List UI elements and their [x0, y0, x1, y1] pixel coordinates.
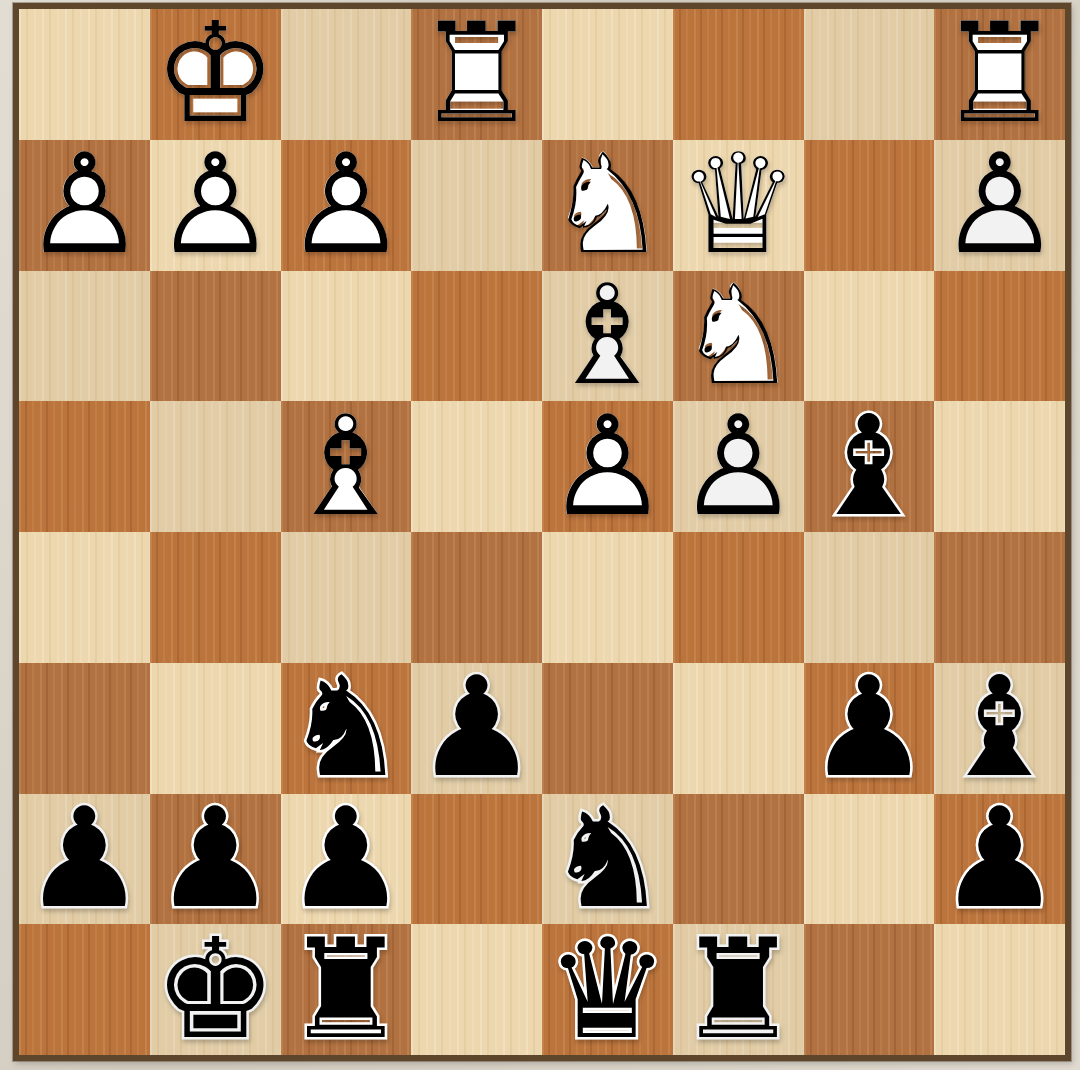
square-e2[interactable]: [411, 140, 542, 271]
square-c7[interactable]: [673, 794, 804, 925]
square-a2[interactable]: ♟♙: [934, 140, 1065, 271]
square-g7[interactable]: ♟♟: [150, 794, 281, 925]
black-bishop[interactable]: ♝♝: [934, 663, 1065, 794]
chess-board: ♚♔♜♖♜♖♟♙♟♙♟♙♞♘♛♕♟♙♝♗♞♘♝♗♟♙♟♙♝♝♞♞♟♟♟♟♝♝♟♟…: [19, 9, 1065, 1055]
white-knight-outline-glyph: ♘: [676, 267, 800, 405]
square-g3[interactable]: [150, 271, 281, 402]
black-pawn-outline-glyph: ♟: [807, 659, 931, 797]
black-pawn[interactable]: ♟♟: [19, 794, 150, 925]
black-bishop[interactable]: ♝♝: [804, 401, 935, 532]
white-knight[interactable]: ♞♘: [673, 271, 804, 402]
white-pawn-outline-glyph: ♙: [676, 398, 800, 536]
white-pawn[interactable]: ♟♙: [150, 140, 281, 271]
white-pawn[interactable]: ♟♙: [673, 401, 804, 532]
square-e7[interactable]: [411, 794, 542, 925]
square-h2[interactable]: ♟♙: [19, 140, 150, 271]
square-d5[interactable]: [542, 532, 673, 663]
white-bishop[interactable]: ♝♗: [281, 401, 412, 532]
square-f3[interactable]: [281, 271, 412, 402]
white-pawn[interactable]: ♟♙: [934, 140, 1065, 271]
black-pawn[interactable]: ♟♟: [934, 794, 1065, 925]
black-king-outline-glyph: ♚: [153, 921, 277, 1059]
white-bishop-outline-glyph: ♗: [546, 267, 670, 405]
square-c2[interactable]: ♛♕: [673, 140, 804, 271]
square-b3[interactable]: [804, 271, 935, 402]
black-pawn-outline-glyph: ♟: [284, 790, 408, 928]
square-a1[interactable]: ♜♖: [934, 9, 1065, 140]
square-e3[interactable]: [411, 271, 542, 402]
square-h5[interactable]: [19, 532, 150, 663]
square-h8[interactable]: [19, 924, 150, 1055]
white-pawn-outline-glyph: ♙: [23, 136, 147, 274]
white-bishop-outline-glyph: ♗: [284, 398, 408, 536]
square-c1[interactable]: [673, 9, 804, 140]
black-pawn-outline-glyph: ♟: [153, 790, 277, 928]
black-knight-outline-glyph: ♞: [284, 659, 408, 797]
square-c3[interactable]: ♞♘: [673, 271, 804, 402]
black-rook-outline-glyph: ♜: [284, 921, 408, 1059]
white-queen[interactable]: ♛♕: [673, 140, 804, 271]
white-rook[interactable]: ♜♖: [411, 9, 542, 140]
black-rook-outline-glyph: ♜: [676, 921, 800, 1059]
white-king-outline-glyph: ♔: [153, 5, 277, 143]
white-pawn[interactable]: ♟♙: [19, 140, 150, 271]
white-rook-outline-glyph: ♖: [415, 5, 539, 143]
black-queen[interactable]: ♛♛: [542, 924, 673, 1055]
square-b1[interactable]: [804, 9, 935, 140]
black-king[interactable]: ♚♚: [150, 924, 281, 1055]
square-c4[interactable]: ♟♙: [673, 401, 804, 532]
white-pawn-outline-glyph: ♙: [284, 136, 408, 274]
square-g8[interactable]: ♚♚: [150, 924, 281, 1055]
square-a6[interactable]: ♝♝: [934, 663, 1065, 794]
black-knight-outline-glyph: ♞: [546, 790, 670, 928]
black-bishop-outline-glyph: ♝: [807, 398, 931, 536]
square-e5[interactable]: [411, 532, 542, 663]
black-pawn-outline-glyph: ♟: [938, 790, 1062, 928]
square-h1[interactable]: [19, 9, 150, 140]
square-b8[interactable]: [804, 924, 935, 1055]
black-pawn[interactable]: ♟♟: [150, 794, 281, 925]
white-pawn-outline-glyph: ♙: [546, 398, 670, 536]
square-h7[interactable]: ♟♟: [19, 794, 150, 925]
square-a7[interactable]: ♟♟: [934, 794, 1065, 925]
square-g2[interactable]: ♟♙: [150, 140, 281, 271]
board-frame: ♚♔♜♖♜♖♟♙♟♙♟♙♞♘♛♕♟♙♝♗♞♘♝♗♟♙♟♙♝♝♞♞♟♟♟♟♝♝♟♟…: [13, 3, 1071, 1061]
white-knight[interactable]: ♞♘: [542, 140, 673, 271]
black-pawn[interactable]: ♟♟: [411, 663, 542, 794]
square-c8[interactable]: ♜♜: [673, 924, 804, 1055]
black-knight[interactable]: ♞♞: [281, 663, 412, 794]
white-knight-outline-glyph: ♘: [546, 136, 670, 274]
black-bishop-outline-glyph: ♝: [938, 659, 1062, 797]
square-e1[interactable]: ♜♖: [411, 9, 542, 140]
white-king[interactable]: ♚♔: [150, 9, 281, 140]
square-a4[interactable]: [934, 401, 1065, 532]
square-f5[interactable]: [281, 532, 412, 663]
square-b7[interactable]: [804, 794, 935, 925]
square-h4[interactable]: [19, 401, 150, 532]
square-g1[interactable]: ♚♔: [150, 9, 281, 140]
square-f6[interactable]: ♞♞: [281, 663, 412, 794]
square-g6[interactable]: [150, 663, 281, 794]
white-pawn-outline-glyph: ♙: [153, 136, 277, 274]
square-f8[interactable]: ♜♜: [281, 924, 412, 1055]
square-a5[interactable]: [934, 532, 1065, 663]
black-knight[interactable]: ♞♞: [542, 794, 673, 925]
white-queen-outline-glyph: ♕: [676, 136, 800, 274]
square-h3[interactable]: [19, 271, 150, 402]
square-d1[interactable]: [542, 9, 673, 140]
black-pawn-outline-glyph: ♟: [415, 659, 539, 797]
square-c5[interactable]: [673, 532, 804, 663]
square-e6[interactable]: ♟♟: [411, 663, 542, 794]
square-f4[interactable]: ♝♗: [281, 401, 412, 532]
square-a3[interactable]: [934, 271, 1065, 402]
square-h6[interactable]: [19, 663, 150, 794]
white-rook-outline-glyph: ♖: [938, 5, 1062, 143]
black-queen-outline-glyph: ♛: [546, 921, 670, 1059]
square-b6[interactable]: ♟♟: [804, 663, 935, 794]
square-f7[interactable]: ♟♟: [281, 794, 412, 925]
square-d8[interactable]: ♛♛: [542, 924, 673, 1055]
black-rook[interactable]: ♜♜: [673, 924, 804, 1055]
square-b5[interactable]: [804, 532, 935, 663]
square-d7[interactable]: ♞♞: [542, 794, 673, 925]
square-d4[interactable]: ♟♙: [542, 401, 673, 532]
black-pawn[interactable]: ♟♟: [281, 794, 412, 925]
square-e4[interactable]: [411, 401, 542, 532]
square-f1[interactable]: [281, 9, 412, 140]
black-pawn[interactable]: ♟♟: [804, 663, 935, 794]
square-d6[interactable]: [542, 663, 673, 794]
white-pawn[interactable]: ♟♙: [542, 401, 673, 532]
white-pawn[interactable]: ♟♙: [281, 140, 412, 271]
black-rook[interactable]: ♜♜: [281, 924, 412, 1055]
square-b2[interactable]: [804, 140, 935, 271]
square-b4[interactable]: ♝♝: [804, 401, 935, 532]
black-pawn-outline-glyph: ♟: [23, 790, 147, 928]
white-bishop[interactable]: ♝♗: [542, 271, 673, 402]
square-g4[interactable]: [150, 401, 281, 532]
square-d2[interactable]: ♞♘: [542, 140, 673, 271]
white-pawn-outline-glyph: ♙: [938, 136, 1062, 274]
square-c6[interactable]: [673, 663, 804, 794]
square-e8[interactable]: [411, 924, 542, 1055]
square-d3[interactable]: ♝♗: [542, 271, 673, 402]
square-f2[interactable]: ♟♙: [281, 140, 412, 271]
square-a8[interactable]: [934, 924, 1065, 1055]
square-g5[interactable]: [150, 532, 281, 663]
white-rook[interactable]: ♜♖: [934, 9, 1065, 140]
